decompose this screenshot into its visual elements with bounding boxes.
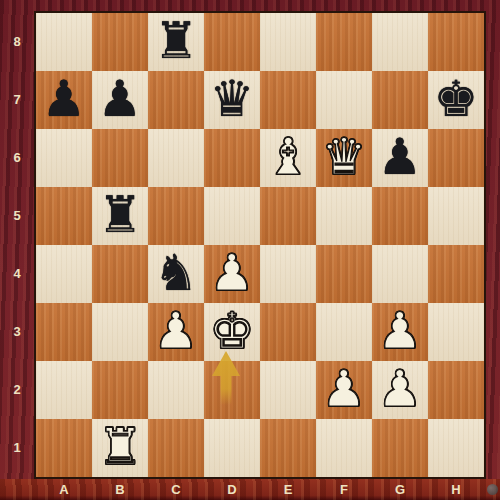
rank-label-7: 7 [0,71,34,129]
file-label-f: F [316,480,372,500]
square-f5[interactable] [316,187,372,245]
square-d2[interactable] [204,361,260,419]
file-label-b: B [92,480,148,500]
square-a1[interactable] [36,419,92,477]
black-queen-d7[interactable]: ♛ [210,74,255,124]
square-h8[interactable] [428,13,484,71]
square-h7[interactable]: ♚ [428,71,484,129]
white-pawn-d4[interactable]: ♟ [210,248,255,298]
square-b3[interactable] [92,303,148,361]
white-pawn-g2[interactable]: ♟ [378,364,423,414]
square-f3[interactable] [316,303,372,361]
square-b2[interactable] [92,361,148,419]
square-g5[interactable] [372,187,428,245]
black-pawn-b7[interactable]: ♟ [98,74,143,124]
square-g3[interactable]: ♟ [372,303,428,361]
square-a5[interactable] [36,187,92,245]
rank-label-8: 8 [0,13,34,71]
file-label-e: E [260,480,316,500]
square-h2[interactable] [428,361,484,419]
white-king-d3[interactable]: ♚ [210,306,255,356]
square-c2[interactable] [148,361,204,419]
square-c3[interactable]: ♟ [148,303,204,361]
square-g6[interactable]: ♟ [372,129,428,187]
rank-label-3: 3 [0,303,34,361]
square-a2[interactable] [36,361,92,419]
black-rook-b5[interactable]: ♜ [98,190,143,240]
square-d7[interactable]: ♛ [204,71,260,129]
square-h1[interactable] [428,419,484,477]
file-label-g: G [372,480,428,500]
square-b1[interactable]: ♜ [92,419,148,477]
file-label-a: A [36,480,92,500]
white-pawn-f2[interactable]: ♟ [322,364,367,414]
square-g1[interactable] [372,419,428,477]
corner-dot-badge [487,484,498,495]
square-g4[interactable] [372,245,428,303]
square-b7[interactable]: ♟ [92,71,148,129]
file-label-d: D [204,480,260,500]
file-label-c: C [148,480,204,500]
square-a4[interactable] [36,245,92,303]
white-pawn-g3[interactable]: ♟ [378,306,423,356]
square-e4[interactable] [260,245,316,303]
square-e2[interactable] [260,361,316,419]
file-label-h: H [428,480,484,500]
square-a6[interactable] [36,129,92,187]
square-c1[interactable] [148,419,204,477]
square-e7[interactable] [260,71,316,129]
square-d1[interactable] [204,419,260,477]
square-h3[interactable] [428,303,484,361]
rank-label-4: 4 [0,245,34,303]
square-a3[interactable] [36,303,92,361]
square-d4[interactable]: ♟ [204,245,260,303]
square-c8[interactable]: ♜ [148,13,204,71]
square-f6[interactable]: ♛ [316,129,372,187]
square-h6[interactable] [428,129,484,187]
white-queen-f6[interactable]: ♛ [322,132,367,182]
rank-label-2: 2 [0,361,34,419]
square-c6[interactable] [148,129,204,187]
square-e8[interactable] [260,13,316,71]
square-f4[interactable] [316,245,372,303]
rank-label-5: 5 [0,187,34,245]
square-h5[interactable] [428,187,484,245]
square-c4[interactable]: ♞ [148,245,204,303]
black-rook-c8[interactable]: ♜ [154,16,199,66]
black-pawn-g6[interactable]: ♟ [378,132,423,182]
black-knight-c4[interactable]: ♞ [154,248,199,298]
square-f7[interactable] [316,71,372,129]
square-e5[interactable] [260,187,316,245]
square-e6[interactable]: ♝ [260,129,316,187]
rank-label-1: 1 [0,419,34,477]
black-pawn-a7[interactable]: ♟ [42,74,87,124]
white-bishop-e6[interactable]: ♝ [266,132,311,182]
chess-board: ♜♟♟♛♚♝♛♟♜♞♟♟♚♟♟♟♜ [34,11,486,479]
chess-app-window: ♜♟♟♛♚♝♛♟♜♞♟♟♚♟♟♟♜ 87654321 ABCDEFGH [0,0,500,500]
square-g7[interactable] [372,71,428,129]
square-f8[interactable] [316,13,372,71]
white-pawn-c3[interactable]: ♟ [154,306,199,356]
square-a8[interactable] [36,13,92,71]
square-h4[interactable] [428,245,484,303]
white-rook-b1[interactable]: ♜ [98,422,143,472]
square-b6[interactable] [92,129,148,187]
square-d3[interactable]: ♚ [204,303,260,361]
square-f1[interactable] [316,419,372,477]
square-b8[interactable] [92,13,148,71]
square-a7[interactable]: ♟ [36,71,92,129]
square-c7[interactable] [148,71,204,129]
square-c5[interactable] [148,187,204,245]
square-g8[interactable] [372,13,428,71]
rank-label-6: 6 [0,129,34,187]
square-e1[interactable] [260,419,316,477]
square-g2[interactable]: ♟ [372,361,428,419]
square-b4[interactable] [92,245,148,303]
square-d8[interactable] [204,13,260,71]
square-f2[interactable]: ♟ [316,361,372,419]
square-b5[interactable]: ♜ [92,187,148,245]
square-e3[interactable] [260,303,316,361]
square-d6[interactable] [204,129,260,187]
square-d5[interactable] [204,187,260,245]
black-king-h7[interactable]: ♚ [434,74,479,124]
